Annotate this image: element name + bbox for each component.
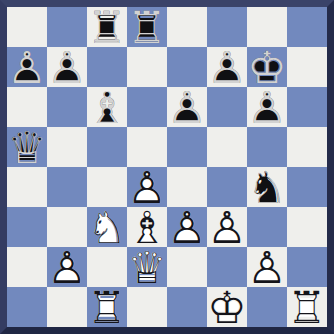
black-pawn-outline: ♙ — [247, 87, 287, 127]
white-king-icon[interactable]: ♚♔ — [207, 287, 247, 327]
white-knight-icon[interactable]: ♞♘ — [87, 207, 127, 247]
white-pawn-icon[interactable]: ♟♙ — [47, 247, 87, 287]
black-bishop-outline: ♗ — [87, 87, 127, 127]
square-e6[interactable]: ♟♙ — [167, 87, 207, 127]
square-b4[interactable] — [47, 167, 87, 207]
square-c1[interactable]: ♜♖ — [87, 287, 127, 327]
square-h6[interactable] — [287, 87, 327, 127]
square-f5[interactable] — [207, 127, 247, 167]
white-pawn-outline: ♙ — [207, 207, 247, 247]
square-c8[interactable]: ♜♖ — [87, 7, 127, 47]
square-a4[interactable] — [7, 167, 47, 207]
square-a2[interactable] — [7, 247, 47, 287]
black-bishop-icon[interactable]: ♝♗ — [87, 87, 127, 127]
chess-board: ♜♖♜♖♟♙♟♙♟♙♚♔♝♗♟♙♟♙♛♕♟♙♞♘♞♘♝♗♟♙♟♙♟♙♛♕♟♙♜♖… — [0, 0, 334, 334]
board-grid: ♜♖♜♖♟♙♟♙♟♙♚♔♝♗♟♙♟♙♛♕♟♙♞♘♞♘♝♗♟♙♟♙♟♙♛♕♟♙♜♖… — [7, 7, 327, 327]
black-rook-outline: ♖ — [87, 7, 127, 47]
square-g2[interactable]: ♟♙ — [247, 247, 287, 287]
white-rook-outline: ♖ — [287, 287, 327, 327]
black-pawn-outline: ♙ — [167, 87, 207, 127]
square-e3[interactable]: ♟♙ — [167, 207, 207, 247]
black-knight-outline: ♘ — [247, 167, 287, 207]
black-rook-icon[interactable]: ♜♖ — [127, 7, 167, 47]
square-b1[interactable] — [47, 287, 87, 327]
square-c5[interactable] — [87, 127, 127, 167]
black-pawn-icon[interactable]: ♟♙ — [167, 87, 207, 127]
square-b6[interactable] — [47, 87, 87, 127]
white-rook-icon[interactable]: ♜♖ — [287, 287, 327, 327]
white-queen-outline: ♕ — [127, 247, 167, 287]
black-pawn-outline: ♙ — [47, 47, 87, 87]
white-rook-icon[interactable]: ♜♖ — [87, 287, 127, 327]
square-e1[interactable] — [167, 287, 207, 327]
white-pawn-icon[interactable]: ♟♙ — [247, 247, 287, 287]
square-c6[interactable]: ♝♗ — [87, 87, 127, 127]
white-pawn-outline: ♙ — [247, 247, 287, 287]
black-pawn-icon[interactable]: ♟♙ — [7, 47, 47, 87]
square-h1[interactable]: ♜♖ — [287, 287, 327, 327]
black-pawn-icon[interactable]: ♟♙ — [247, 87, 287, 127]
square-d2[interactable]: ♛♕ — [127, 247, 167, 287]
white-king-outline: ♔ — [207, 287, 247, 327]
white-pawn-icon[interactable]: ♟♙ — [207, 207, 247, 247]
square-h5[interactable] — [287, 127, 327, 167]
square-d8[interactable]: ♜♖ — [127, 7, 167, 47]
square-b5[interactable] — [47, 127, 87, 167]
black-pawn-icon[interactable]: ♟♙ — [207, 47, 247, 87]
square-e5[interactable] — [167, 127, 207, 167]
square-h4[interactable] — [287, 167, 327, 207]
black-pawn-icon[interactable]: ♟♙ — [47, 47, 87, 87]
square-f6[interactable] — [207, 87, 247, 127]
square-a1[interactable] — [7, 287, 47, 327]
square-g6[interactable]: ♟♙ — [247, 87, 287, 127]
square-h3[interactable] — [287, 207, 327, 247]
square-f7[interactable]: ♟♙ — [207, 47, 247, 87]
white-rook-outline: ♖ — [87, 287, 127, 327]
white-queen-icon[interactable]: ♛♕ — [127, 247, 167, 287]
black-pawn-outline: ♙ — [207, 47, 247, 87]
square-d1[interactable] — [127, 287, 167, 327]
black-rook-outline: ♖ — [127, 7, 167, 47]
black-pawn-outline: ♙ — [7, 47, 47, 87]
square-g4[interactable]: ♞♘ — [247, 167, 287, 207]
white-pawn-icon[interactable]: ♟♙ — [167, 207, 207, 247]
square-g1[interactable] — [247, 287, 287, 327]
square-a7[interactable]: ♟♙ — [7, 47, 47, 87]
white-pawn-outline: ♙ — [47, 247, 87, 287]
square-a5[interactable]: ♛♕ — [7, 127, 47, 167]
black-knight-icon[interactable]: ♞♘ — [247, 167, 287, 207]
square-h8[interactable] — [287, 7, 327, 47]
square-f1[interactable]: ♚♔ — [207, 287, 247, 327]
square-c3[interactable]: ♞♘ — [87, 207, 127, 247]
white-pawn-outline: ♙ — [167, 207, 207, 247]
black-queen-outline: ♕ — [7, 127, 47, 167]
square-h7[interactable] — [287, 47, 327, 87]
white-knight-outline: ♘ — [87, 207, 127, 247]
black-rook-icon[interactable]: ♜♖ — [87, 7, 127, 47]
square-f3[interactable]: ♟♙ — [207, 207, 247, 247]
black-queen-icon[interactable]: ♛♕ — [7, 127, 47, 167]
square-b2[interactable]: ♟♙ — [47, 247, 87, 287]
square-e8[interactable] — [167, 7, 207, 47]
square-a3[interactable] — [7, 207, 47, 247]
square-d7[interactable] — [127, 47, 167, 87]
square-b7[interactable]: ♟♙ — [47, 47, 87, 87]
square-d6[interactable] — [127, 87, 167, 127]
square-e2[interactable] — [167, 247, 207, 287]
